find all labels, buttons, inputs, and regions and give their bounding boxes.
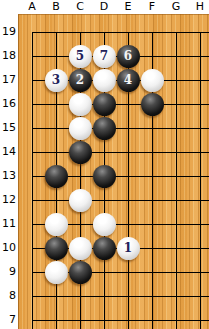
stone-black-b13 — [45, 165, 68, 188]
row-label-12: 12 — [0, 194, 16, 206]
stones-layer: 5763241 — [20, 20, 209, 329]
stone-black-b10 — [45, 237, 68, 260]
stone-black-c14 — [69, 141, 92, 164]
row-label-16: 16 — [0, 98, 16, 110]
move-number-2: 2 — [76, 74, 84, 86]
stone-white-b11 — [45, 213, 68, 236]
stone-black-c17: 2 — [69, 69, 92, 92]
stone-white-b17: 3 — [45, 69, 68, 92]
column-label-g: G — [164, 1, 188, 13]
stone-black-d16 — [93, 93, 116, 116]
row-label-17: 17 — [0, 74, 16, 86]
column-label-h: H — [188, 1, 209, 13]
stone-white-e10: 1 — [117, 237, 140, 260]
column-label-e: E — [116, 1, 140, 13]
stone-white-c18: 5 — [69, 45, 92, 68]
row-label-9: 9 — [0, 266, 16, 278]
stone-white-c10 — [69, 237, 92, 260]
row-label-11: 11 — [0, 218, 16, 230]
stone-white-d18: 7 — [93, 45, 116, 68]
stone-black-d13 — [93, 165, 116, 188]
stone-white-b9 — [45, 261, 68, 284]
stone-white-c12 — [69, 189, 92, 212]
row-label-7: 7 — [0, 314, 16, 326]
row-label-10: 10 — [0, 242, 16, 254]
move-number-3: 3 — [52, 74, 60, 86]
row-label-13: 13 — [0, 170, 16, 182]
row-label-15: 15 — [0, 122, 16, 134]
move-number-6: 6 — [124, 50, 132, 62]
stone-black-f16 — [141, 93, 164, 116]
row-label-14: 14 — [0, 146, 16, 158]
move-number-4: 4 — [124, 74, 132, 86]
stone-white-c15 — [69, 117, 92, 140]
stone-white-f17 — [141, 69, 164, 92]
stone-white-c16 — [69, 93, 92, 116]
stone-black-d15 — [93, 117, 116, 140]
column-label-b: B — [44, 1, 68, 13]
column-label-c: C — [68, 1, 92, 13]
stone-black-e17: 4 — [117, 69, 140, 92]
go-diagram: ABCDEFGH 19181716151413121110987 5763241 — [0, 0, 209, 329]
stone-black-c9 — [69, 261, 92, 284]
column-label-d: D — [92, 1, 116, 13]
stone-white-d17 — [93, 69, 116, 92]
stone-black-e18: 6 — [117, 45, 140, 68]
stone-white-d11 — [93, 213, 116, 236]
row-label-18: 18 — [0, 50, 16, 62]
column-label-a: A — [20, 1, 44, 13]
column-label-f: F — [140, 1, 164, 13]
move-number-5: 5 — [76, 50, 84, 62]
move-number-1: 1 — [124, 242, 132, 254]
row-label-8: 8 — [0, 290, 16, 302]
row-label-19: 19 — [0, 26, 16, 38]
stone-black-d10 — [93, 237, 116, 260]
move-number-7: 7 — [100, 50, 108, 62]
